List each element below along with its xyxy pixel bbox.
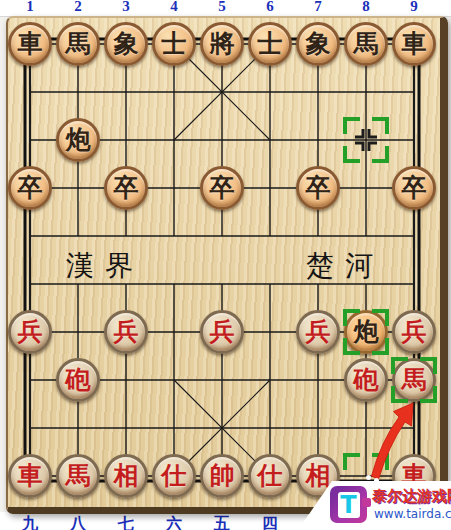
site-logo-icon: T (330, 486, 367, 523)
cursor-dot (366, 475, 371, 480)
site-logo-letter: T (338, 492, 360, 518)
site-name: 泰尔达游戏网 (372, 487, 450, 506)
xiangqi-app: 123456789 漢界 楚河 車馬象士將士象馬車炮卒卒卒卒卒兵兵兵兵炮兵砲砲馬… (0, 0, 451, 530)
site-url: www.tairda.com (374, 507, 451, 521)
move-annotation-arrow (0, 0, 451, 530)
